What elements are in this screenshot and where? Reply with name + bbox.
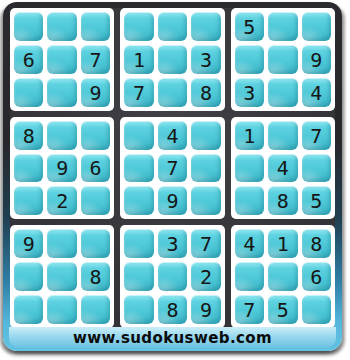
sudoku-cell-r6c1[interactable] (14, 186, 43, 215)
sudoku-cell-r4c1[interactable]: 8 (14, 121, 43, 150)
sudoku-cell-r3c1[interactable] (14, 78, 43, 107)
sudoku-cell-r1c5[interactable] (158, 12, 187, 41)
sudoku-cell-r7c3[interactable] (81, 229, 110, 258)
sudoku-cell-r2c6[interactable]: 3 (191, 45, 220, 74)
sudoku-cell-r6c7[interactable] (235, 186, 264, 215)
sudoku-cell-r7c9[interactable]: 8 (302, 229, 331, 258)
sudoku-cell-r2c9[interactable]: 9 (302, 45, 331, 74)
sudoku-block-1: 679 (10, 8, 114, 111)
sudoku-block-5: 479 (120, 117, 224, 220)
sudoku-cell-r9c3[interactable] (81, 295, 110, 324)
sudoku-cell-r1c3[interactable] (81, 12, 110, 41)
sudoku-cell-r7c8[interactable]: 1 (268, 229, 297, 258)
sudoku-cell-r9c8[interactable]: 5 (268, 295, 297, 324)
sudoku-cell-r4c8[interactable] (268, 121, 297, 150)
sudoku-cell-r2c1[interactable]: 6 (14, 45, 43, 74)
footer-band: www.sudokusweb.com (9, 327, 336, 348)
sudoku-cell-r1c2[interactable] (47, 12, 76, 41)
sudoku-cell-r2c7[interactable] (235, 45, 264, 74)
sudoku-cell-r2c4[interactable]: 1 (124, 45, 153, 74)
sudoku-cell-r2c3[interactable]: 7 (81, 45, 110, 74)
sudoku-cell-r8c3[interactable]: 8 (81, 262, 110, 291)
sudoku-cell-r3c3[interactable]: 9 (81, 78, 110, 107)
sudoku-cell-r5c8[interactable]: 4 (268, 154, 297, 183)
sudoku-cell-r5c3[interactable]: 6 (81, 154, 110, 183)
sudoku-cell-r7c5[interactable]: 3 (158, 229, 187, 258)
sudoku-cell-r4c4[interactable] (124, 121, 153, 150)
sudoku-cell-r3c6[interactable]: 8 (191, 78, 220, 107)
sudoku-cell-r8c5[interactable] (158, 262, 187, 291)
sudoku-cell-r4c9[interactable]: 7 (302, 121, 331, 150)
sudoku-cell-r2c5[interactable] (158, 45, 187, 74)
sudoku-cell-r6c8[interactable]: 8 (268, 186, 297, 215)
sudoku-cell-r1c4[interactable] (124, 12, 153, 41)
sudoku-cell-r4c3[interactable] (81, 121, 110, 150)
sudoku-cell-r2c8[interactable] (268, 45, 297, 74)
sudoku-cell-r3c4[interactable]: 7 (124, 78, 153, 107)
sudoku-cell-r5c6[interactable] (191, 154, 220, 183)
sudoku-cell-r4c5[interactable]: 4 (158, 121, 187, 150)
sudoku-page: 679137859348962479174859837289418675 www… (0, 0, 350, 360)
sudoku-cell-r8c7[interactable] (235, 262, 264, 291)
sudoku-cell-r8c2[interactable] (47, 262, 76, 291)
sudoku-block-3: 5934 (231, 8, 335, 111)
sudoku-cell-r1c9[interactable] (302, 12, 331, 41)
sudoku-cell-r5c7[interactable] (235, 154, 264, 183)
sudoku-cell-r5c1[interactable] (14, 154, 43, 183)
sudoku-cell-r5c4[interactable] (124, 154, 153, 183)
sudoku-cell-r6c4[interactable] (124, 186, 153, 215)
sudoku-cell-r6c2[interactable]: 2 (47, 186, 76, 215)
sudoku-cell-r4c7[interactable]: 1 (235, 121, 264, 150)
sudoku-cell-r9c6[interactable]: 9 (191, 295, 220, 324)
sudoku-grid: 679137859348962479174859837289418675 (10, 8, 335, 328)
sudoku-cell-r3c9[interactable]: 4 (302, 78, 331, 107)
sudoku-board-frame: 679137859348962479174859837289418675 www… (3, 2, 342, 351)
sudoku-cell-r9c2[interactable] (47, 295, 76, 324)
sudoku-cell-r1c8[interactable] (268, 12, 297, 41)
sudoku-cell-r7c4[interactable] (124, 229, 153, 258)
sudoku-cell-r7c7[interactable]: 4 (235, 229, 264, 258)
sudoku-cell-r5c9[interactable] (302, 154, 331, 183)
sudoku-cell-r7c2[interactable] (47, 229, 76, 258)
sudoku-block-6: 17485 (231, 117, 335, 220)
sudoku-cell-r1c6[interactable] (191, 12, 220, 41)
sudoku-cell-r6c6[interactable] (191, 186, 220, 215)
sudoku-cell-r7c1[interactable]: 9 (14, 229, 43, 258)
sudoku-cell-r8c1[interactable] (14, 262, 43, 291)
sudoku-cell-r8c4[interactable] (124, 262, 153, 291)
sudoku-cell-r6c9[interactable]: 5 (302, 186, 331, 215)
sudoku-cell-r6c3[interactable] (81, 186, 110, 215)
sudoku-cell-r8c6[interactable]: 2 (191, 262, 220, 291)
website-link[interactable]: www.sudokusweb.com (73, 329, 272, 347)
sudoku-cell-r8c9[interactable]: 6 (302, 262, 331, 291)
sudoku-block-8: 37289 (120, 225, 224, 328)
sudoku-cell-r6c5[interactable]: 9 (158, 186, 187, 215)
sudoku-cell-r3c5[interactable] (158, 78, 187, 107)
sudoku-cell-r9c1[interactable] (14, 295, 43, 324)
sudoku-cell-r3c8[interactable] (268, 78, 297, 107)
sudoku-block-9: 418675 (231, 225, 335, 328)
sudoku-cell-r5c5[interactable]: 7 (158, 154, 187, 183)
sudoku-cell-r7c6[interactable]: 7 (191, 229, 220, 258)
sudoku-cell-r2c2[interactable] (47, 45, 76, 74)
sudoku-cell-r9c5[interactable]: 8 (158, 295, 187, 324)
sudoku-block-2: 1378 (120, 8, 224, 111)
sudoku-cell-r3c2[interactable] (47, 78, 76, 107)
sudoku-cell-r4c2[interactable] (47, 121, 76, 150)
sudoku-cell-r4c6[interactable] (191, 121, 220, 150)
sudoku-block-7: 98 (10, 225, 114, 328)
sudoku-cell-r9c7[interactable]: 7 (235, 295, 264, 324)
sudoku-cell-r5c2[interactable]: 9 (47, 154, 76, 183)
sudoku-cell-r8c8[interactable] (268, 262, 297, 291)
sudoku-cell-r3c7[interactable]: 3 (235, 78, 264, 107)
sudoku-cell-r1c1[interactable] (14, 12, 43, 41)
sudoku-cell-r9c9[interactable] (302, 295, 331, 324)
sudoku-cell-r9c4[interactable] (124, 295, 153, 324)
sudoku-block-4: 8962 (10, 117, 114, 220)
sudoku-cell-r1c7[interactable]: 5 (235, 12, 264, 41)
